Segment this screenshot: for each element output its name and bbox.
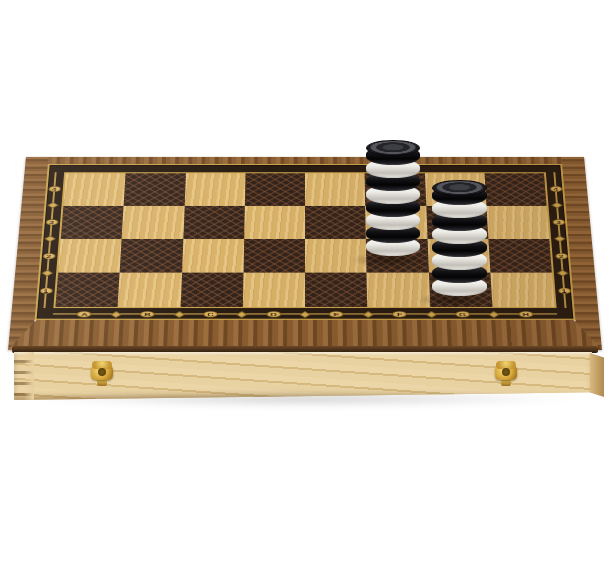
square-E3 [305, 206, 366, 239]
square-A3 [61, 206, 124, 239]
square-B4 [124, 173, 186, 205]
file-medallion: G [455, 311, 470, 317]
file-label-D: D [242, 308, 305, 319]
box-right-end [590, 353, 604, 397]
square-C4 [184, 173, 245, 205]
clasp-keeper [97, 380, 107, 386]
checker-top-surface [366, 140, 420, 156]
square-C3 [183, 206, 245, 239]
black-checker-piece [366, 146, 420, 165]
clasp-plate [495, 365, 517, 380]
rank-label-2: 2 [39, 239, 59, 273]
rank-medallion: 2 [555, 253, 568, 259]
product-photo: ABCDEFGH 4321 4321 [0, 0, 610, 572]
file-label-A: A [52, 308, 116, 319]
rank-medallion: 3 [45, 219, 58, 225]
clasp-plate [91, 365, 113, 380]
file-medallion: E [329, 311, 344, 317]
rank-medallion: 3 [552, 219, 565, 225]
rank-medallion: 1 [39, 287, 52, 293]
file-labels: ABCDEFGH [52, 308, 557, 319]
checker-top-surface [432, 180, 487, 196]
file-label-F: F [368, 308, 431, 319]
board-lid-top: ABCDEFGH 4321 4321 [8, 157, 602, 350]
square-D4 [245, 173, 305, 205]
file-medallion: H [518, 311, 533, 317]
clasp-keeper [501, 380, 511, 386]
square-B3 [122, 206, 184, 239]
rank-label-2: 2 [551, 239, 571, 273]
file-label-G: G [431, 308, 495, 319]
veneer-frame-back [25, 157, 584, 164]
rank-label-1: 1 [554, 273, 575, 308]
file-label-B: B [116, 308, 180, 319]
file-medallion: B [140, 311, 155, 317]
file-label-H: H [494, 308, 558, 319]
rank-medallion: 4 [48, 186, 61, 192]
file-label-C: C [179, 308, 242, 319]
floor-shadow [30, 391, 580, 407]
black-checker-piece [432, 186, 487, 205]
square-A2 [58, 239, 122, 273]
square-H2 [488, 239, 552, 273]
square-C1 [180, 273, 243, 308]
brass-clasp-right [491, 361, 521, 387]
rank-medallion: 2 [42, 253, 55, 259]
square-H3 [486, 206, 549, 239]
square-B1 [118, 273, 182, 308]
rank-label-3: 3 [41, 205, 61, 239]
square-A1 [55, 273, 119, 308]
rank-medallion: 4 [549, 186, 562, 192]
file-label-E: E [305, 308, 368, 319]
square-B2 [120, 239, 183, 273]
square-D2 [243, 239, 305, 273]
checker-stack-F2 [366, 146, 420, 264]
square-H4 [484, 173, 546, 205]
square-E4 [305, 173, 365, 205]
square-C2 [182, 239, 244, 273]
board-perspective-stage: ABCDEFGH 4321 4321 [8, 150, 602, 350]
rank-medallion: 1 [557, 287, 570, 293]
rank-label-4: 4 [44, 172, 64, 205]
rank-label-1: 1 [36, 273, 57, 308]
square-E1 [305, 273, 367, 308]
file-medallion: F [392, 311, 407, 317]
square-H1 [490, 273, 554, 308]
file-medallion: D [266, 311, 281, 317]
brass-clasp-left [87, 361, 117, 387]
square-D1 [243, 273, 305, 308]
rank-label-4: 4 [546, 172, 566, 205]
lid-edge-seam [12, 346, 598, 353]
square-D3 [244, 206, 305, 239]
file-medallion: A [77, 311, 92, 317]
rank-label-3: 3 [548, 205, 568, 239]
square-A4 [63, 173, 125, 205]
file-medallion: C [203, 311, 218, 317]
checker-stack-G1 [432, 186, 487, 304]
